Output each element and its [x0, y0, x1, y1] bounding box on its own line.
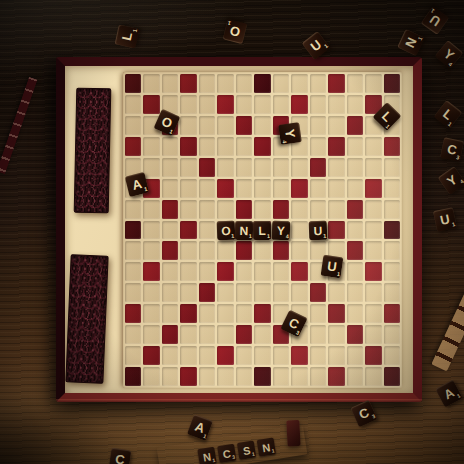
tile-Y[interactable]: Y4: [438, 166, 464, 195]
board-cell-8-13[interactable]: [365, 241, 381, 260]
board-cell-13-13[interactable]: [365, 346, 381, 365]
board-cell-2-7[interactable]: [254, 116, 270, 135]
board-cell-12-14[interactable]: [384, 325, 400, 344]
board-cell-3-4[interactable]: [199, 137, 215, 156]
board-cell-9-4[interactable]: [199, 262, 215, 281]
board-cell-9-14[interactable]: [384, 262, 400, 281]
tile-U[interactable]: U1: [302, 31, 331, 60]
board-cell-0-2[interactable]: [162, 74, 178, 93]
board-cell-10-0[interactable]: [125, 283, 141, 302]
board-cell-4-8[interactable]: [273, 158, 289, 177]
board-cell-8-14[interactable]: [384, 241, 400, 260]
tile-Y[interactable]: Y4: [278, 122, 302, 145]
tile-letter: Y: [441, 46, 456, 62]
board-cell-12-1[interactable]: [143, 325, 159, 344]
board-cell-7-3[interactable]: [180, 221, 196, 240]
board-cell-8-12[interactable]: [347, 241, 363, 260]
board-cell-3-7[interactable]: [254, 137, 270, 156]
tile-A[interactable]: A1: [435, 379, 463, 407]
board-cell-14-2[interactable]: [162, 367, 178, 386]
tile-value: 1: [452, 221, 456, 227]
tile-U[interactable]: U1: [421, 6, 449, 35]
board-cell-8-1[interactable]: [143, 241, 159, 260]
board-cell-13-2[interactable]: [162, 346, 178, 365]
board-cell-3-2[interactable]: [162, 137, 178, 156]
board-cell-13-9[interactable]: [291, 346, 307, 365]
board-cell-3-10[interactable]: [310, 137, 326, 156]
rack-tile-N[interactable]: N1: [257, 437, 276, 456]
tile-letter: O: [229, 23, 242, 38]
board-cell-10-13[interactable]: [365, 283, 381, 302]
board-cell-9-0[interactable]: [125, 262, 141, 281]
board-cell-0-11[interactable]: [328, 74, 344, 93]
tile-N[interactable]: N1: [397, 28, 424, 55]
board-cell-14-0[interactable]: [125, 367, 141, 386]
board-cell-2-3[interactable]: [180, 116, 196, 135]
tile-letter: A: [131, 177, 143, 192]
board-cell-3-1[interactable]: [143, 137, 159, 156]
tile-C[interactable]: C3: [351, 399, 378, 426]
board-cell-3-5[interactable]: [217, 137, 233, 156]
board-cell-8-2[interactable]: [162, 241, 178, 260]
tile-value: 1: [202, 433, 207, 439]
board-cell-7-11[interactable]: [328, 221, 344, 240]
board-cell-6-10[interactable]: [310, 200, 326, 219]
board-cell-9-9[interactable]: [291, 262, 307, 281]
board-cell-5-4[interactable]: [199, 179, 215, 198]
board-cell-10-1[interactable]: [143, 283, 159, 302]
board-cell-14-11[interactable]: [328, 367, 344, 386]
board-cell-4-2[interactable]: [162, 158, 178, 177]
board-cell-11-6[interactable]: [236, 304, 252, 323]
tile-value: 1: [337, 271, 341, 277]
board-cell-6-8[interactable]: [273, 200, 289, 219]
tile-L[interactable]: L1: [434, 100, 463, 129]
tile-letter: C: [287, 315, 301, 331]
board-cell-3-11[interactable]: [328, 137, 344, 156]
board-cell-13-4[interactable]: [199, 346, 215, 365]
board-cell-13-6[interactable]: [236, 346, 252, 365]
board-cell-6-6[interactable]: [236, 200, 252, 219]
tile-value: 1: [169, 128, 174, 134]
board-cell-13-0[interactable]: [125, 346, 141, 365]
board-cell-0-5[interactable]: [217, 74, 233, 93]
tile-letter: C: [357, 405, 371, 421]
tile-letter: L: [380, 109, 395, 124]
tile-O[interactable]: O1: [216, 220, 235, 240]
board-cell-7-4[interactable]: [199, 221, 215, 240]
board-cell-12-12[interactable]: [347, 325, 363, 344]
board-cell-9-6[interactable]: [236, 262, 252, 281]
board-cell-9-5[interactable]: [217, 262, 233, 281]
board-cell-6-7[interactable]: [254, 200, 270, 219]
board-cell-11-1[interactable]: [143, 304, 159, 323]
board-cell-1-4[interactable]: [199, 95, 215, 114]
board-cell-10-7[interactable]: [254, 283, 270, 302]
board-cell-8-6[interactable]: [236, 241, 252, 260]
board-cell-11-3[interactable]: [180, 304, 196, 323]
tile-letter: N: [240, 224, 249, 236]
board-cell-4-14[interactable]: [384, 158, 400, 177]
board-cell-0-1[interactable]: [143, 74, 159, 93]
board-cell-10-9[interactable]: [291, 283, 307, 302]
board-cell-11-14[interactable]: [384, 304, 400, 323]
tile-letter: L: [259, 224, 267, 236]
tile-value: 3: [232, 454, 236, 460]
board-cell-5-6[interactable]: [236, 179, 252, 198]
board-cell-1-11[interactable]: [328, 95, 344, 114]
board-cell-6-1[interactable]: [143, 200, 159, 219]
tile-value: 1: [447, 121, 453, 127]
board-cell-7-9[interactable]: [291, 221, 307, 240]
board-cell-0-7[interactable]: [254, 74, 270, 93]
board-cell-13-10[interactable]: [310, 346, 326, 365]
board-cell-12-5[interactable]: [217, 325, 233, 344]
board-cell-8-5[interactable]: [217, 241, 233, 260]
tile-letter: L: [120, 31, 134, 41]
tile-value: 3: [456, 154, 460, 160]
board-cell-2-6[interactable]: [236, 116, 252, 135]
board-cell-6-0[interactable]: [125, 200, 141, 219]
board-cell-12-10[interactable]: [310, 325, 326, 344]
tile-letter: N: [261, 441, 271, 454]
board-cell-13-8[interactable]: [273, 346, 289, 365]
board-cell-3-6[interactable]: [236, 137, 252, 156]
board-cell-7-0[interactable]: [125, 221, 141, 240]
tile-L[interactable]: L1: [115, 24, 140, 48]
board-cell-4-7[interactable]: [254, 158, 270, 177]
board-cell-5-9[interactable]: [291, 179, 307, 198]
board-cell-2-5[interactable]: [217, 116, 233, 135]
board-cell-4-3[interactable]: [180, 158, 196, 177]
tile-N[interactable]: N1: [235, 220, 253, 239]
board-cell-3-13[interactable]: [365, 137, 381, 156]
board-cell-1-1[interactable]: [143, 95, 159, 114]
tile-U[interactable]: U1: [433, 207, 457, 232]
board-cell-14-10[interactable]: [310, 367, 326, 386]
board-cell-10-3[interactable]: [180, 283, 196, 302]
tile-value: 1: [249, 233, 252, 239]
board-cell-3-0[interactable]: [125, 137, 141, 156]
board-cell-10-6[interactable]: [236, 283, 252, 302]
board-cell-12-3[interactable]: [180, 325, 196, 344]
board-cell-2-4[interactable]: [199, 116, 215, 135]
tile-value: 1: [144, 186, 148, 192]
board-cell-12-11[interactable]: [328, 325, 344, 344]
board-cell-6-2[interactable]: [162, 200, 178, 219]
board-cell-4-4[interactable]: [199, 158, 215, 177]
board-cell-0-12[interactable]: [347, 74, 363, 93]
tile-A[interactable]: A1: [187, 414, 213, 441]
tile-letter: N: [202, 450, 212, 463]
tile-value: 3: [371, 413, 376, 419]
board-cell-1-9[interactable]: [291, 95, 307, 114]
board-cell-14-1[interactable]: [143, 367, 159, 386]
board-cell-12-7[interactable]: [254, 325, 270, 344]
board-cell-13-1[interactable]: [143, 346, 159, 365]
board-cell-9-1[interactable]: [143, 262, 159, 281]
board-cell-9-8[interactable]: [273, 262, 289, 281]
board-cell-4-13[interactable]: [365, 158, 381, 177]
tile-letter: Y: [283, 128, 297, 138]
board-cell-5-12[interactable]: [347, 179, 363, 198]
board-cell-6-9[interactable]: [291, 200, 307, 219]
board-cell-0-4[interactable]: [199, 74, 215, 93]
board-cell-13-14[interactable]: [384, 346, 400, 365]
board-cell-10-14[interactable]: [384, 283, 400, 302]
board-cell-8-4[interactable]: [199, 241, 215, 260]
tile-value: 4: [459, 178, 464, 184]
tile-letter: O: [221, 224, 231, 236]
board-cell-4-10[interactable]: [310, 158, 326, 177]
board-cell-7-14[interactable]: [384, 221, 400, 240]
board-cell-6-4[interactable]: [199, 200, 215, 219]
board-cell-5-3[interactable]: [180, 179, 196, 198]
board-cell-4-1[interactable]: [143, 158, 159, 177]
board-cell-0-13[interactable]: [365, 74, 381, 93]
tile-value: 1: [212, 457, 216, 463]
board-cell-12-0[interactable]: [125, 325, 141, 344]
board-cell-8-9[interactable]: [291, 241, 307, 260]
tile-letter: Y: [277, 224, 285, 236]
tile-letter: U: [439, 212, 451, 227]
board-cell-12-4[interactable]: [199, 325, 215, 344]
board-cell-11-4[interactable]: [199, 304, 215, 323]
board-cell-14-4[interactable]: [199, 367, 215, 386]
board-cell-1-6[interactable]: [236, 95, 252, 114]
board-cell-10-5[interactable]: [217, 283, 233, 302]
tile-letter: C: [222, 447, 232, 460]
board-cell-4-11[interactable]: [328, 158, 344, 177]
board-cell-9-12[interactable]: [347, 262, 363, 281]
board-cell-2-11[interactable]: [328, 116, 344, 135]
tile-letter: C: [114, 452, 125, 464]
board-cell-11-7[interactable]: [254, 304, 270, 323]
board-cell-13-11[interactable]: [328, 346, 344, 365]
board-cell-4-9[interactable]: [291, 158, 307, 177]
board-cell-14-9[interactable]: [291, 367, 307, 386]
board-cell-3-12[interactable]: [347, 137, 363, 156]
tile-U[interactable]: U1: [321, 254, 344, 278]
board-cell-8-8[interactable]: [273, 241, 289, 260]
tile-value: 1: [231, 233, 234, 239]
board-cell-10-4[interactable]: [199, 283, 215, 302]
board-cell-4-5[interactable]: [217, 158, 233, 177]
board-cell-14-6[interactable]: [236, 367, 252, 386]
board-cell-2-10[interactable]: [310, 116, 326, 135]
board-cell-11-2[interactable]: [162, 304, 178, 323]
board-cell-0-9[interactable]: [291, 74, 307, 93]
board-cell-0-8[interactable]: [273, 74, 289, 93]
board-cell-1-3[interactable]: [180, 95, 196, 114]
tile-C[interactable]: C3: [440, 137, 464, 162]
board-cell-12-2[interactable]: [162, 325, 178, 344]
tile-value: 1: [132, 28, 138, 32]
board-cell-6-3[interactable]: [180, 200, 196, 219]
tile-letter: U: [427, 12, 442, 28]
board-cell-12-13[interactable]: [365, 325, 381, 344]
board-cell-10-11[interactable]: [328, 283, 344, 302]
tile-value: 4: [281, 139, 287, 143]
tile-rack-right[interactable]: [431, 292, 464, 372]
board-cell-14-8[interactable]: [273, 367, 289, 386]
board-cell-13-5[interactable]: [217, 346, 233, 365]
board-cell-1-0[interactable]: [125, 95, 141, 114]
board-cell-14-5[interactable]: [217, 367, 233, 386]
board-cell-8-7[interactable]: [254, 241, 270, 260]
board-cell-11-10[interactable]: [310, 304, 326, 323]
board-cell-6-14[interactable]: [384, 200, 400, 219]
tile-letter: L: [441, 106, 455, 121]
board-cell-8-3[interactable]: [180, 241, 196, 260]
board-cell-0-0[interactable]: [125, 74, 141, 93]
tile-L[interactable]: L1: [253, 220, 271, 239]
board-cell-0-3[interactable]: [180, 74, 196, 93]
board-cell-7-1[interactable]: [143, 221, 159, 240]
board-cell-13-7[interactable]: [254, 346, 270, 365]
tile-well-top[interactable]: [74, 88, 112, 214]
board-cell-1-10[interactable]: [310, 95, 326, 114]
board-cell-4-6[interactable]: [236, 158, 252, 177]
board-cell-7-12[interactable]: [347, 221, 363, 240]
board-cell-10-12[interactable]: [347, 283, 363, 302]
tile-rack-bottom[interactable]: N1C3S1N1: [157, 425, 308, 464]
board-cell-5-13[interactable]: [365, 179, 381, 198]
tile-letter: U: [313, 224, 322, 236]
board-cell-2-12[interactable]: [347, 116, 363, 135]
tile-value: 1: [323, 233, 326, 239]
board-cell-9-13[interactable]: [365, 262, 381, 281]
board-cell-13-3[interactable]: [180, 346, 196, 365]
board-cell-5-2[interactable]: [162, 179, 178, 198]
tile-Y[interactable]: Y4: [435, 40, 464, 69]
board-cell-11-12[interactable]: [347, 304, 363, 323]
board-cell-11-0[interactable]: [125, 304, 141, 323]
board-cell-0-6[interactable]: [236, 74, 252, 93]
tile-rack-far-left[interactable]: [0, 77, 38, 174]
tile-letter: U: [326, 259, 337, 273]
board-cell-12-6[interactable]: [236, 325, 252, 344]
board-cell-5-7[interactable]: [254, 179, 270, 198]
board-cell-0-10[interactable]: [310, 74, 326, 93]
board-cell-13-12[interactable]: [347, 346, 363, 365]
board-cell-9-2[interactable]: [162, 262, 178, 281]
board-cell-11-5[interactable]: [217, 304, 233, 323]
board-cell-6-13[interactable]: [365, 200, 381, 219]
board-cell-2-0[interactable]: [125, 116, 141, 135]
tile-well-bottom[interactable]: [65, 254, 108, 383]
tile-Y[interactable]: Y4: [272, 220, 291, 240]
board-cell-6-11[interactable]: [328, 200, 344, 219]
board-cell-14-7[interactable]: [254, 367, 270, 386]
tile-value: 1: [267, 233, 270, 239]
board-cell-0-14[interactable]: [384, 74, 400, 93]
board-cell-14-3[interactable]: [180, 367, 196, 386]
board-cell-11-13[interactable]: [365, 304, 381, 323]
board-cell-10-2[interactable]: [162, 283, 178, 302]
tile-C[interactable]: C3: [109, 447, 132, 464]
board-cell-8-0[interactable]: [125, 241, 141, 260]
board-cell-5-11[interactable]: [328, 179, 344, 198]
tile-U[interactable]: U1: [309, 220, 328, 240]
board-cell-3-14[interactable]: [384, 137, 400, 156]
board-cell-10-8[interactable]: [273, 283, 289, 302]
board-cell-9-3[interactable]: [180, 262, 196, 281]
board-cell-7-13[interactable]: [365, 221, 381, 240]
tile-letter: U: [308, 37, 323, 53]
board-cell-5-5[interactable]: [217, 179, 233, 198]
tile-letter: A: [442, 385, 456, 401]
board-cell-1-5[interactable]: [217, 95, 233, 114]
rack-tile-C[interactable]: C3: [217, 444, 236, 463]
rack-tile-N[interactable]: N1: [197, 447, 216, 464]
table-scene: O1N1L1Y4U1O1A1Y4L1U1C3L1O1U1U1N1Y4L1C3Y4…: [0, 0, 464, 464]
tile-O[interactable]: O1: [223, 18, 247, 43]
tile-value: 3: [295, 329, 300, 335]
board-cell-5-10[interactable]: [310, 179, 326, 198]
board-cell-9-7[interactable]: [254, 262, 270, 281]
rack-tile-S[interactable]: S1: [237, 440, 256, 459]
board-cell-14-14[interactable]: [384, 367, 400, 386]
board-cell-1-7[interactable]: [254, 95, 270, 114]
board-cell-5-8[interactable]: [273, 179, 289, 198]
board-cell-14-12[interactable]: [347, 367, 363, 386]
board-cell-6-5[interactable]: [217, 200, 233, 219]
board-cell-1-8[interactable]: [273, 95, 289, 114]
board-cell-4-12[interactable]: [347, 158, 363, 177]
board-cell-14-13[interactable]: [365, 367, 381, 386]
tile-letter: S: [242, 444, 251, 457]
tile-value: 1: [271, 447, 275, 453]
board-cell-1-12[interactable]: [347, 95, 363, 114]
tile-value: 1: [251, 451, 255, 457]
board-cell-3-3[interactable]: [180, 137, 196, 156]
board-cell-5-14[interactable]: [384, 179, 400, 198]
board-cell-6-12[interactable]: [347, 200, 363, 219]
tile-letter: Y: [445, 172, 460, 188]
board-cell-11-11[interactable]: [328, 304, 344, 323]
tile-value: 4: [286, 233, 289, 239]
board-cell-10-10[interactable]: [310, 283, 326, 302]
board-cell-7-2[interactable]: [162, 221, 178, 240]
